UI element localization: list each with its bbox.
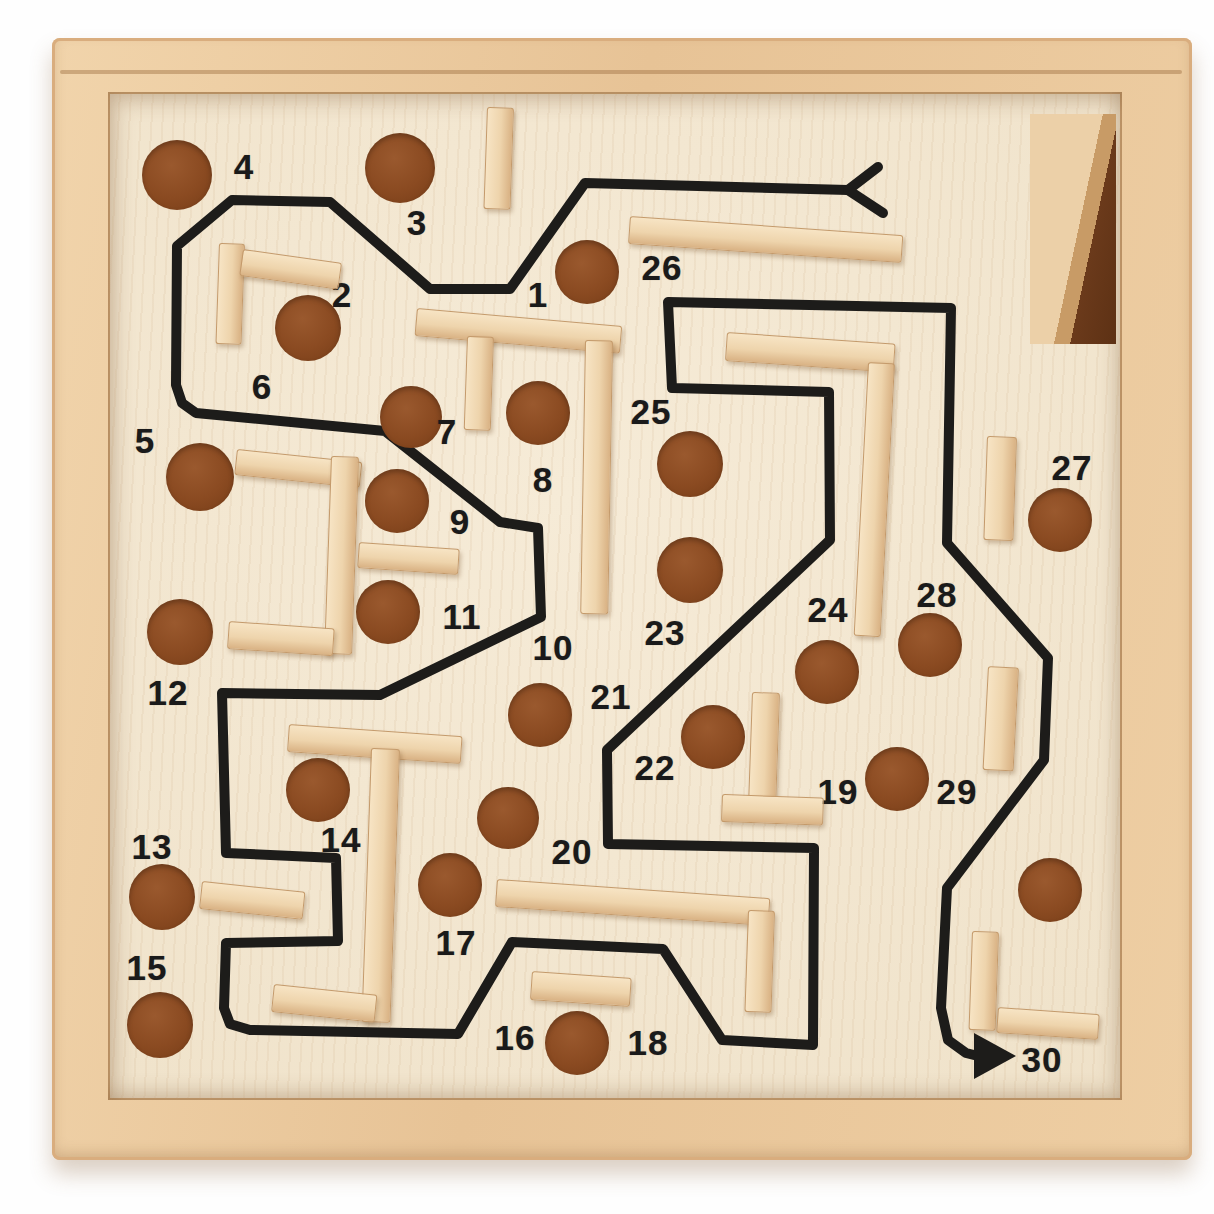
hole bbox=[657, 431, 723, 497]
hole-number-21: 21 bbox=[591, 677, 632, 717]
hole-number-28: 28 bbox=[917, 575, 958, 615]
hole-number-22: 22 bbox=[635, 748, 676, 788]
hole-number-9: 9 bbox=[450, 502, 470, 542]
hole-number-19: 19 bbox=[818, 772, 859, 812]
hole bbox=[506, 381, 570, 445]
hole-number-30: 30 bbox=[1022, 1040, 1063, 1080]
hole bbox=[142, 140, 212, 210]
hole-number-11: 11 bbox=[443, 597, 482, 637]
maze-playfield bbox=[108, 92, 1122, 1100]
wall-stick bbox=[215, 243, 245, 345]
wall-stick bbox=[983, 666, 1019, 771]
hole bbox=[127, 992, 193, 1058]
hole bbox=[898, 613, 962, 677]
hole-number-16: 16 bbox=[495, 1018, 536, 1058]
hole-number-1: 1 bbox=[528, 275, 548, 315]
hole-number-23: 23 bbox=[645, 613, 686, 653]
wall-stick bbox=[580, 340, 613, 614]
hole-number-18: 18 bbox=[628, 1023, 669, 1063]
hole bbox=[147, 599, 213, 665]
hole-number-6: 6 bbox=[252, 367, 272, 407]
wall-stick bbox=[983, 436, 1017, 541]
hole bbox=[286, 758, 350, 822]
frame-lid-seam bbox=[60, 70, 1182, 74]
hole bbox=[365, 133, 435, 203]
wall-stick bbox=[744, 910, 775, 1013]
hole-number-3: 3 bbox=[407, 203, 427, 243]
photo-stage: 1234567891011121314151617181920212223242… bbox=[0, 0, 1214, 1214]
hole bbox=[418, 853, 482, 917]
hole bbox=[477, 787, 539, 849]
hole bbox=[555, 240, 619, 304]
wall-stick bbox=[721, 794, 824, 826]
hole-number-27: 27 bbox=[1052, 448, 1093, 488]
hole-number-17: 17 bbox=[436, 923, 477, 963]
hole bbox=[657, 537, 723, 603]
hole bbox=[166, 443, 234, 511]
hole bbox=[356, 580, 420, 644]
hole-number-4: 4 bbox=[234, 147, 254, 187]
hole-number-15: 15 bbox=[127, 948, 168, 988]
wall-stick bbox=[748, 692, 780, 799]
hole-number-14: 14 bbox=[321, 820, 362, 860]
hole bbox=[1018, 858, 1082, 922]
wall-stick bbox=[969, 931, 999, 1031]
wall-stick bbox=[464, 336, 494, 431]
hole-number-24: 24 bbox=[808, 590, 849, 630]
hole-number-29: 29 bbox=[937, 772, 978, 812]
corner-cutout bbox=[1030, 114, 1116, 344]
hole-number-7: 7 bbox=[437, 412, 457, 452]
wall-stick bbox=[483, 107, 514, 210]
hole bbox=[508, 683, 572, 747]
hole bbox=[545, 1011, 609, 1075]
hole-number-20: 20 bbox=[552, 832, 593, 872]
hole-number-8: 8 bbox=[533, 460, 553, 500]
hole bbox=[129, 864, 195, 930]
hole-number-10: 10 bbox=[533, 628, 574, 668]
hole bbox=[795, 640, 859, 704]
hole bbox=[380, 386, 442, 448]
hole bbox=[865, 747, 929, 811]
hole bbox=[1028, 488, 1092, 552]
hole bbox=[681, 705, 745, 769]
hole-number-26: 26 bbox=[642, 248, 683, 288]
hole-number-25: 25 bbox=[631, 392, 672, 432]
hole-number-12: 12 bbox=[148, 673, 189, 713]
hole-number-13: 13 bbox=[132, 827, 173, 867]
hole-number-5: 5 bbox=[135, 421, 155, 461]
hole bbox=[365, 469, 429, 533]
cutout-ramp bbox=[1030, 114, 1116, 344]
